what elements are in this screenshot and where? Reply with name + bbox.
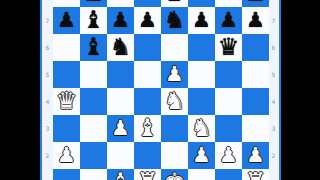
chess-board[interactable]: ♜♚♜♟♝♟♟♞♟♟♟♝♞♛♟♛♞♟♝♞♟♟♟♟♝♜♚♜ [53, 0, 269, 180]
square-d8[interactable] [134, 0, 161, 7]
black-pawn-d7: ♟ [138, 7, 157, 34]
square-c4[interactable] [107, 88, 134, 115]
white-bishop-c1: ♝ [110, 169, 132, 180]
rank-label-5: 5 [42, 72, 53, 78]
white-pawn-h2: ♟ [246, 142, 265, 169]
white-rook-d1: ♜ [137, 169, 159, 180]
rank-label-4: 4 [42, 99, 53, 105]
square-h4[interactable] [242, 88, 269, 115]
square-a1[interactable] [53, 169, 80, 180]
square-f1[interactable] [188, 169, 215, 180]
black-pawn-f7: ♟ [192, 7, 211, 34]
video-frame: 765432 765432 ♜♚♜♟♝♟♟♞♟♟♟♝♞♛♟♛♞♟♝♞♟♟♟♟♝♜… [0, 0, 320, 180]
square-f2[interactable]: ♟ [188, 142, 215, 169]
square-f6[interactable] [188, 34, 215, 61]
square-g5[interactable] [215, 61, 242, 88]
square-f5[interactable] [188, 61, 215, 88]
square-c3[interactable]: ♟ [107, 115, 134, 142]
square-a4[interactable]: ♛ [53, 88, 80, 115]
rank-label-2: 2 [42, 153, 53, 159]
square-e7[interactable]: ♞ [161, 7, 188, 34]
white-pawn-c3: ♟ [111, 115, 130, 142]
rank-label-6: 6 [42, 45, 53, 51]
square-g3[interactable] [215, 115, 242, 142]
square-b6[interactable]: ♝ [80, 34, 107, 61]
square-h2[interactable]: ♟ [242, 142, 269, 169]
square-a2[interactable]: ♟ [53, 142, 80, 169]
square-b7[interactable]: ♝ [80, 7, 107, 34]
square-b5[interactable] [80, 61, 107, 88]
square-h5[interactable] [242, 61, 269, 88]
square-g8[interactable] [215, 0, 242, 7]
square-a5[interactable] [53, 61, 80, 88]
square-f8[interactable] [188, 0, 215, 7]
square-c5[interactable] [107, 61, 134, 88]
square-a6[interactable] [53, 34, 80, 61]
square-a8[interactable] [53, 0, 80, 7]
square-e5[interactable]: ♟ [161, 61, 188, 88]
black-queen-g6: ♛ [218, 34, 240, 61]
square-f4[interactable] [188, 88, 215, 115]
square-b2[interactable] [80, 142, 107, 169]
black-bishop-b7: ♝ [83, 7, 105, 34]
square-d4[interactable] [134, 88, 161, 115]
white-pawn-g2: ♟ [219, 142, 238, 169]
square-a3[interactable] [53, 115, 80, 142]
square-f3[interactable]: ♞ [188, 115, 215, 142]
square-d3[interactable]: ♝ [134, 115, 161, 142]
letterbox-left [0, 0, 40, 180]
square-g6[interactable]: ♛ [215, 34, 242, 61]
rank-label-3: 3 [42, 126, 53, 132]
square-h8[interactable]: ♜ [242, 0, 269, 7]
square-g7[interactable]: ♟ [215, 7, 242, 34]
square-d6[interactable] [134, 34, 161, 61]
rank-label-3: 3 [268, 126, 279, 132]
square-d1[interactable]: ♜ [134, 169, 161, 180]
board-frame-right [279, 0, 281, 180]
black-knight-e7: ♞ [164, 7, 186, 34]
square-g1[interactable] [215, 169, 242, 180]
square-c6[interactable]: ♞ [107, 34, 134, 61]
white-knight-f3: ♞ [191, 115, 213, 142]
square-b3[interactable] [80, 115, 107, 142]
square-e6[interactable] [161, 34, 188, 61]
square-h1[interactable]: ♜ [242, 169, 269, 180]
black-pawn-g7: ♟ [219, 7, 238, 34]
rank-label-4: 4 [268, 99, 279, 105]
square-a7[interactable]: ♟ [53, 7, 80, 34]
rank-label-7: 7 [268, 18, 279, 24]
square-c1[interactable]: ♝ [107, 169, 134, 180]
black-bishop-b6: ♝ [83, 34, 105, 61]
rank-labels-left: 765432 [42, 0, 53, 180]
black-pawn-c7: ♟ [111, 7, 130, 34]
rank-label-2: 2 [268, 153, 279, 159]
black-pawn-h7: ♟ [246, 7, 265, 34]
square-f7[interactable]: ♟ [188, 7, 215, 34]
rank-label-6: 6 [268, 45, 279, 51]
black-rook-h8: ♜ [245, 0, 267, 7]
letterbox-right [281, 0, 320, 180]
white-bishop-d3: ♝ [137, 115, 159, 142]
rank-label-5: 5 [268, 72, 279, 78]
square-h7[interactable]: ♟ [242, 7, 269, 34]
rank-label-7: 7 [42, 18, 53, 24]
square-h6[interactable] [242, 34, 269, 61]
black-pawn-a7: ♟ [57, 7, 76, 34]
square-e1[interactable]: ♚ [161, 169, 188, 180]
white-rook-h1: ♜ [245, 169, 267, 180]
white-pawn-a2: ♟ [57, 142, 76, 169]
square-b1[interactable] [80, 169, 107, 180]
square-c7[interactable]: ♟ [107, 7, 134, 34]
square-c8[interactable] [107, 0, 134, 7]
white-king-e1: ♚ [164, 169, 186, 180]
white-pawn-e5: ♟ [165, 61, 184, 88]
square-d5[interactable] [134, 61, 161, 88]
square-e4[interactable]: ♞ [161, 88, 188, 115]
square-b4[interactable] [80, 88, 107, 115]
square-e2[interactable] [161, 142, 188, 169]
square-e3[interactable] [161, 115, 188, 142]
white-pawn-f2: ♟ [192, 142, 211, 169]
square-h3[interactable] [242, 115, 269, 142]
square-g4[interactable] [215, 88, 242, 115]
rank-labels-right: 765432 [268, 0, 279, 180]
square-g2[interactable]: ♟ [215, 142, 242, 169]
white-knight-e4: ♞ [164, 88, 186, 115]
square-d2[interactable] [134, 142, 161, 169]
square-d7[interactable]: ♟ [134, 7, 161, 34]
black-knight-c6: ♞ [110, 34, 132, 61]
white-queen-a4: ♛ [56, 88, 78, 115]
square-c2[interactable] [107, 142, 134, 169]
